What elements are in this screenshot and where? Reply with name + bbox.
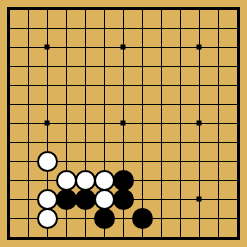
white-stone[interactable]: [75, 170, 96, 191]
white-stone[interactable]: [94, 189, 115, 210]
black-stone[interactable]: [94, 208, 115, 229]
black-stone[interactable]: [75, 189, 96, 210]
star-point: [197, 197, 202, 202]
star-point: [197, 121, 202, 126]
go-board[interactable]: [0, 0, 247, 247]
black-stone[interactable]: [132, 208, 153, 229]
star-point: [197, 45, 202, 50]
star-point: [45, 121, 50, 126]
black-stone[interactable]: [113, 170, 134, 191]
white-stone[interactable]: [37, 208, 58, 229]
white-stone[interactable]: [37, 151, 58, 172]
white-stone[interactable]: [37, 189, 58, 210]
white-stone[interactable]: [56, 170, 77, 191]
star-point: [45, 45, 50, 50]
star-point: [121, 121, 126, 126]
black-stone[interactable]: [113, 189, 134, 210]
black-stone[interactable]: [56, 189, 77, 210]
white-stone[interactable]: [94, 170, 115, 191]
star-point: [121, 45, 126, 50]
